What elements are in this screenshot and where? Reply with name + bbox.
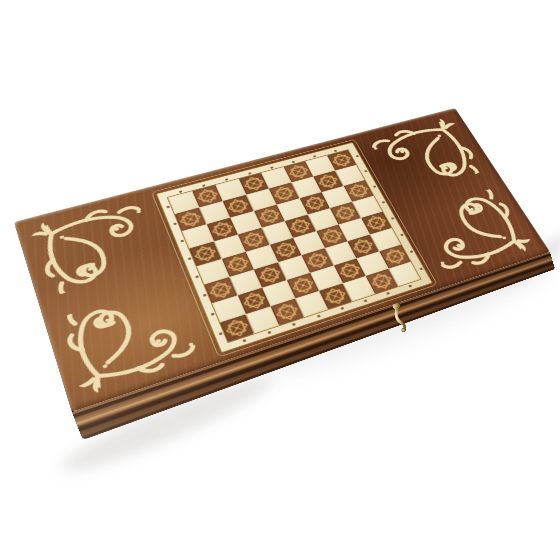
frame-tick-mark bbox=[372, 185, 376, 188]
frame-tick-mark bbox=[202, 294, 206, 297]
frame-tick-mark bbox=[409, 250, 413, 253]
frame-tick-mark bbox=[316, 315, 320, 318]
frame-tick-mark bbox=[180, 240, 184, 243]
frame-tick-mark bbox=[386, 292, 390, 295]
frame-tick-mark bbox=[400, 234, 404, 237]
frame-tick-mark bbox=[419, 268, 423, 271]
scroll-inlay-icon bbox=[24, 194, 172, 298]
frame-tick-mark bbox=[268, 331, 272, 334]
frame-tick-mark bbox=[364, 299, 368, 302]
frame-tick-mark bbox=[218, 332, 222, 335]
scroll-inlay-icon bbox=[359, 114, 489, 198]
frame-tick-mark bbox=[381, 201, 385, 204]
frame-tick-mark bbox=[242, 339, 246, 342]
frame-tick-mark bbox=[187, 257, 191, 260]
frame-tick-mark bbox=[340, 307, 344, 310]
frame-tick-mark bbox=[292, 323, 296, 326]
frame-tick-mark bbox=[390, 217, 394, 220]
frame-tick-mark bbox=[364, 170, 367, 172]
product-photo-scene bbox=[0, 0, 560, 560]
frame-tick-mark bbox=[173, 223, 177, 226]
frame-tick-mark bbox=[195, 275, 199, 278]
frame-tick-mark bbox=[409, 284, 413, 287]
frame-tick-mark bbox=[210, 313, 214, 316]
frame-tick-mark bbox=[355, 155, 358, 157]
frame-tick-mark bbox=[166, 206, 170, 209]
